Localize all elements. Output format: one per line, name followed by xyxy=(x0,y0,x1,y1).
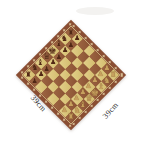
background-smudge xyxy=(76,7,114,15)
light-rook-icon: ♜ xyxy=(67,113,74,121)
light-rook-icon: ♜ xyxy=(109,71,116,79)
product-image: ♜♞♝♛♚♝♞♜♟♟♟♟♟♟♟♟♟♟♟♟♟♟♟♟♜♞♝♛♚♝♞♜ 39cm 39… xyxy=(0,0,160,160)
